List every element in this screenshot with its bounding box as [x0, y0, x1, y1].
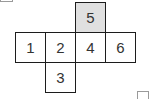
net-cell-4-label: 4 [86, 40, 94, 55]
net-cell-5: 5 [75, 2, 106, 33]
net-cell-1: 1 [15, 32, 46, 63]
net-cell-3-label: 3 [56, 70, 64, 85]
adjacent-box-fragment-top-left [0, 0, 13, 2]
cube-net-diagram: 5 1 2 4 6 3 [0, 0, 152, 99]
net-cell-6: 6 [105, 32, 136, 63]
net-cell-1-label: 1 [26, 40, 34, 55]
net-cell-2: 2 [45, 32, 76, 63]
adjacent-box-fragment-bottom-right [137, 91, 149, 99]
net-cell-6-label: 6 [116, 40, 124, 55]
net-cell-3: 3 [45, 62, 76, 93]
net-cell-5-label: 5 [86, 10, 94, 25]
net-cell-4: 4 [75, 32, 106, 63]
net-cell-2-label: 2 [56, 40, 64, 55]
